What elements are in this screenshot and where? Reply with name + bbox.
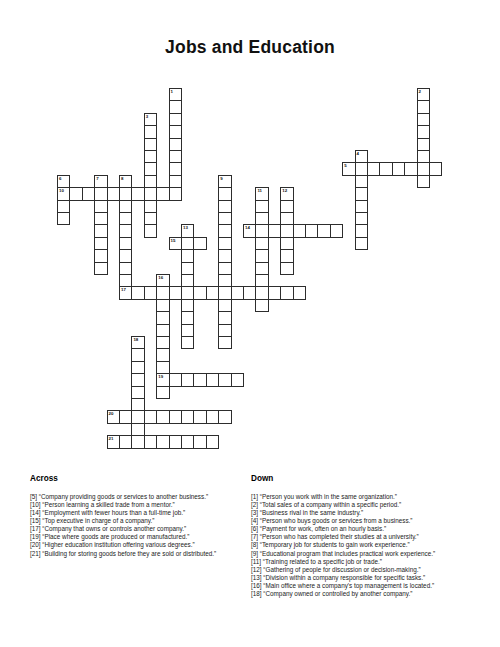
- grid-cell[interactable]: [119, 200, 132, 213]
- grid-cell[interactable]: [131, 435, 144, 448]
- grid-cell[interactable]: [144, 410, 157, 423]
- grid-cell[interactable]: [169, 100, 182, 113]
- grid-cell[interactable]: [169, 125, 182, 138]
- grid-cell[interactable]: [280, 237, 293, 250]
- cell-number: 9: [220, 176, 222, 181]
- grid-cell[interactable]: [169, 435, 182, 448]
- clue-item: [19] “Place where goods are produced or …: [30, 533, 246, 541]
- grid-cell[interactable]: [181, 435, 194, 448]
- grid-cell[interactable]: [156, 361, 169, 374]
- grid-cell[interactable]: [169, 150, 182, 163]
- clue-item: [6] “Payment for work, often on an hourl…: [251, 525, 497, 533]
- cell-number: 11: [257, 188, 262, 193]
- grid-cell[interactable]: 11: [255, 187, 268, 200]
- grid-cell[interactable]: [355, 237, 368, 250]
- grid-cell[interactable]: [206, 373, 219, 386]
- grid-cell[interactable]: [218, 410, 231, 423]
- grid-cell[interactable]: [181, 274, 194, 287]
- cell-number: 20: [109, 411, 114, 416]
- crossword-grid: 123456789101112131415161718192021: [57, 88, 442, 449]
- grid-cell[interactable]: [144, 286, 157, 299]
- grid-cell[interactable]: [218, 224, 231, 237]
- grid-cell[interactable]: [231, 373, 244, 386]
- grid-cell[interactable]: [107, 187, 120, 200]
- grid-cell[interactable]: [119, 249, 132, 262]
- grid-cell[interactable]: [181, 324, 194, 337]
- grid-cell[interactable]: [169, 286, 182, 299]
- grid-cell[interactable]: [255, 224, 268, 237]
- grid-cell[interactable]: [156, 410, 169, 423]
- cell-number: 14: [245, 225, 250, 230]
- grid-cell[interactable]: [131, 187, 144, 200]
- grid-cell[interactable]: [193, 373, 206, 386]
- grid-cell[interactable]: [218, 212, 231, 225]
- cell-number: 16: [158, 275, 163, 280]
- grid-cell[interactable]: [156, 435, 169, 448]
- grid-cell[interactable]: [144, 162, 157, 175]
- grid-cell[interactable]: [156, 286, 169, 299]
- clue-item: [4] “Person who buys goods or services f…: [251, 517, 497, 525]
- grid-cell[interactable]: [94, 262, 107, 275]
- across-clue-list: [5] “Company providing goods or services…: [30, 493, 246, 558]
- grid-cell[interactable]: 20: [107, 410, 120, 423]
- grid-cell[interactable]: [144, 187, 157, 200]
- grid-cell[interactable]: [94, 249, 107, 262]
- grid-cell[interactable]: [243, 286, 256, 299]
- grid-cell[interactable]: [181, 286, 194, 299]
- clue-item: [11] “Training related to a specific job…: [251, 558, 497, 566]
- grid-cell[interactable]: [218, 200, 231, 213]
- grid-cell[interactable]: [218, 336, 231, 349]
- clue-item: [13] “Division within a company responsi…: [251, 574, 497, 582]
- grid-cell[interactable]: [94, 237, 107, 250]
- grid-cell[interactable]: 8: [119, 175, 132, 188]
- cell-number: 12: [282, 188, 287, 193]
- grid-cell[interactable]: [367, 162, 380, 175]
- cell-number: 4: [357, 151, 359, 156]
- cell-number: 18: [133, 337, 138, 342]
- grid-cell[interactable]: [144, 125, 157, 138]
- grid-cell[interactable]: [280, 286, 293, 299]
- grid-cell[interactable]: [131, 373, 144, 386]
- grid-cell[interactable]: [255, 262, 268, 275]
- clue-item: [9] “Educational program that includes p…: [251, 550, 497, 558]
- cell-number: 10: [59, 188, 64, 193]
- grid-cell[interactable]: [119, 435, 132, 448]
- grid-cell[interactable]: [255, 274, 268, 287]
- clue-item: [7] “Person who has completed their stud…: [251, 533, 497, 541]
- grid-cell[interactable]: [169, 113, 182, 126]
- grid-cell[interactable]: [417, 100, 430, 113]
- grid-cell[interactable]: 13: [181, 224, 194, 237]
- down-clue-list: [1] “Person you work with in the same or…: [251, 493, 497, 598]
- grid-cell[interactable]: [156, 311, 169, 324]
- clue-item: [21] “Building for storing goods before …: [30, 550, 246, 558]
- grid-cell[interactable]: [218, 373, 231, 386]
- grid-cell[interactable]: 17: [119, 286, 132, 299]
- cell-number: 3: [146, 114, 148, 119]
- grid-cell[interactable]: [193, 435, 206, 448]
- grid-cell[interactable]: [218, 187, 231, 200]
- grid-cell[interactable]: [144, 175, 157, 188]
- grid-cell[interactable]: [119, 410, 132, 423]
- grid-cell[interactable]: [94, 212, 107, 225]
- grid-cell[interactable]: [119, 224, 132, 237]
- grid-cell[interactable]: 6: [57, 175, 70, 188]
- grid-cell[interactable]: [417, 138, 430, 151]
- grid-cell[interactable]: [417, 175, 430, 188]
- grid-cell[interactable]: [355, 187, 368, 200]
- cell-number: 2: [419, 89, 421, 94]
- grid-cell[interactable]: [355, 224, 368, 237]
- grid-cell[interactable]: [119, 212, 132, 225]
- grid-cell[interactable]: [417, 113, 430, 126]
- grid-cell[interactable]: [255, 200, 268, 213]
- grid-cell[interactable]: 16: [156, 274, 169, 287]
- grid-cell[interactable]: 9: [218, 175, 231, 188]
- grid-cell[interactable]: [94, 224, 107, 237]
- grid-cell[interactable]: 4: [355, 150, 368, 163]
- grid-cell[interactable]: [94, 200, 107, 213]
- grid-cell[interactable]: [193, 237, 206, 250]
- grid-cell[interactable]: [144, 212, 157, 225]
- grid-cell[interactable]: [181, 262, 194, 275]
- grid-cell[interactable]: [280, 249, 293, 262]
- grid-cell[interactable]: [131, 348, 144, 361]
- cell-number: 1: [171, 89, 173, 94]
- grid-cell[interactable]: 1: [169, 88, 182, 101]
- grid-cell[interactable]: [119, 274, 132, 287]
- grid-cell[interactable]: [181, 237, 194, 250]
- grid-cell[interactable]: [131, 386, 144, 399]
- grid-cell[interactable]: [156, 336, 169, 349]
- grid-cell[interactable]: [144, 150, 157, 163]
- grid-cell[interactable]: [218, 311, 231, 324]
- grid-cell[interactable]: [169, 410, 182, 423]
- grid-cell[interactable]: [293, 224, 306, 237]
- grid-cell[interactable]: [355, 162, 368, 175]
- grid-cell[interactable]: [429, 162, 442, 175]
- grid-cell[interactable]: [218, 262, 231, 275]
- grid-cell[interactable]: [144, 435, 157, 448]
- grid-cell[interactable]: [131, 398, 144, 411]
- grid-cell[interactable]: [156, 386, 169, 399]
- clue-item: [16] “Main office where a company's top …: [251, 582, 497, 590]
- grid-cell[interactable]: [417, 150, 430, 163]
- grid-cell[interactable]: [218, 286, 231, 299]
- grid-cell[interactable]: [280, 224, 293, 237]
- grid-cell[interactable]: [119, 187, 132, 200]
- grid-cell[interactable]: 18: [131, 336, 144, 349]
- grid-cell[interactable]: [218, 249, 231, 262]
- grid-cell[interactable]: [131, 361, 144, 374]
- grid-cell[interactable]: [268, 286, 281, 299]
- grid-cell[interactable]: 19: [156, 373, 169, 386]
- grid-cell[interactable]: [280, 200, 293, 213]
- grid-cell[interactable]: [218, 299, 231, 312]
- clue-item: [3] “Business rival in the same industry…: [251, 509, 497, 517]
- grid-cell[interactable]: [181, 249, 194, 262]
- grid-cell[interactable]: 3: [144, 113, 157, 126]
- grid-cell[interactable]: [355, 200, 368, 213]
- grid-cell[interactable]: [94, 187, 107, 200]
- grid-cell[interactable]: [131, 423, 144, 436]
- cell-number: 19: [158, 374, 163, 379]
- grid-cell[interactable]: [355, 212, 368, 225]
- grid-cell[interactable]: [355, 175, 368, 188]
- grid-cell[interactable]: [181, 373, 194, 386]
- down-clues-section: Down [1] “Person you work with in the sa…: [251, 474, 497, 598]
- grid-cell[interactable]: 5: [342, 162, 355, 175]
- grid-cell[interactable]: [379, 162, 392, 175]
- crossword-page: Jobs and Education 123456789101112131415…: [0, 0, 500, 647]
- grid-cell[interactable]: [82, 187, 95, 200]
- grid-cell[interactable]: [231, 286, 244, 299]
- grid-cell[interactable]: 14: [243, 224, 256, 237]
- grid-cell[interactable]: [417, 125, 430, 138]
- grid-cell[interactable]: [305, 224, 318, 237]
- grid-cell[interactable]: [156, 348, 169, 361]
- cell-number: 13: [183, 225, 188, 230]
- grid-cell[interactable]: [255, 286, 268, 299]
- grid-cell[interactable]: [206, 286, 219, 299]
- grid-cell[interactable]: [119, 262, 132, 275]
- grid-cell[interactable]: [255, 249, 268, 262]
- grid-cell[interactable]: [119, 237, 132, 250]
- down-header: Down: [251, 474, 497, 483]
- cell-number: 6: [59, 176, 61, 181]
- grid-cell[interactable]: [156, 187, 169, 200]
- grid-cell[interactable]: [317, 224, 330, 237]
- grid-cell[interactable]: [206, 410, 219, 423]
- grid-cell[interactable]: 10: [57, 187, 70, 200]
- clue-item: [18] “Company owned or controlled by ano…: [251, 590, 497, 598]
- grid-cell[interactable]: [181, 299, 194, 312]
- grid-cell[interactable]: [131, 410, 144, 423]
- grid-cell[interactable]: [255, 237, 268, 250]
- clue-item: [17] “Company that owns or controls anot…: [30, 525, 246, 533]
- across-header: Across: [30, 474, 246, 483]
- grid-cell[interactable]: [293, 286, 306, 299]
- grid-cell[interactable]: [169, 175, 182, 188]
- grid-cell[interactable]: [69, 187, 82, 200]
- cell-number: 15: [171, 238, 176, 243]
- grid-cell[interactable]: [181, 410, 194, 423]
- across-clues-section: Across [5] “Company providing goods or s…: [30, 474, 246, 558]
- grid-cell[interactable]: [169, 162, 182, 175]
- clue-item: [1] “Person you work with in the same or…: [251, 493, 497, 501]
- grid-cell[interactable]: [330, 224, 343, 237]
- grid-cell[interactable]: [193, 286, 206, 299]
- grid-cell[interactable]: [181, 311, 194, 324]
- page-title: Jobs and Education: [0, 37, 500, 58]
- grid-cell[interactable]: [144, 200, 157, 213]
- grid-cell[interactable]: [131, 286, 144, 299]
- grid-cell[interactable]: [193, 410, 206, 423]
- clue-item: [8] “Temporary job for students to gain …: [251, 541, 497, 549]
- grid-cell[interactable]: [169, 187, 182, 200]
- grid-cell[interactable]: 2: [417, 88, 430, 101]
- grid-cell[interactable]: [169, 373, 182, 386]
- grid-cell[interactable]: [280, 212, 293, 225]
- grid-cell[interactable]: [156, 324, 169, 337]
- grid-cell[interactable]: [280, 262, 293, 275]
- grid-cell[interactable]: [218, 274, 231, 287]
- grid-cell[interactable]: [144, 138, 157, 151]
- grid-cell[interactable]: 21: [107, 435, 120, 448]
- grid-cell[interactable]: [144, 224, 157, 237]
- grid-cell[interactable]: [218, 324, 231, 337]
- clue-item: [10] “Person learning a skilled trade fr…: [30, 501, 246, 509]
- cell-number: 8: [121, 176, 123, 181]
- clue-item: [20] “Higher education institution offer…: [30, 541, 246, 549]
- clue-item: [15] “Top executive in charge of a compa…: [30, 517, 246, 525]
- grid-cell[interactable]: [392, 162, 405, 175]
- grid-cell[interactable]: [268, 224, 281, 237]
- grid-cell[interactable]: [255, 299, 268, 312]
- cell-number: 7: [96, 176, 98, 181]
- grid-cell[interactable]: 15: [169, 237, 182, 250]
- grid-cell[interactable]: [218, 237, 231, 250]
- grid-cell[interactable]: [404, 162, 417, 175]
- grid-cell[interactable]: [57, 200, 70, 213]
- grid-cell[interactable]: [255, 212, 268, 225]
- grid-cell[interactable]: [169, 138, 182, 151]
- grid-cell[interactable]: [181, 336, 194, 349]
- grid-cell[interactable]: [57, 212, 70, 225]
- clue-item: [14] “Employment with fewer hours than a…: [30, 509, 246, 517]
- clue-item: [12] “Gathering of people for discussion…: [251, 566, 497, 574]
- grid-cell[interactable]: 7: [94, 175, 107, 188]
- cell-number: 17: [121, 287, 126, 292]
- grid-cell[interactable]: [156, 299, 169, 312]
- grid-cell[interactable]: 12: [280, 187, 293, 200]
- clue-item: [5] “Company providing goods or services…: [30, 493, 246, 501]
- grid-cell[interactable]: [417, 162, 430, 175]
- cell-number: 21: [109, 436, 114, 441]
- grid-cell[interactable]: [206, 435, 219, 448]
- cell-number: 5: [344, 163, 346, 168]
- clue-item: [2] “Total sales of a company within a s…: [251, 501, 497, 509]
